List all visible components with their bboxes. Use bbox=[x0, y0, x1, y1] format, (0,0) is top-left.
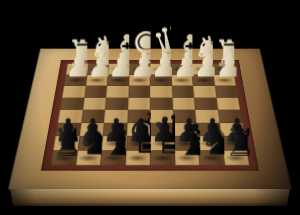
square-g8[interactable]: ♞ bbox=[76, 150, 102, 165]
square-c3[interactable] bbox=[172, 86, 194, 98]
white-pawn[interactable]: ♟ bbox=[107, 49, 128, 82]
white-pawn[interactable]: ♟ bbox=[150, 49, 171, 82]
white-pawn[interactable]: ♟ bbox=[193, 49, 214, 82]
square-g4[interactable] bbox=[82, 97, 106, 109]
square-h2[interactable]: ♟ bbox=[64, 74, 87, 85]
black-bishop[interactable]: ♝ bbox=[101, 117, 126, 161]
square-g3[interactable] bbox=[84, 86, 107, 98]
white-pawn[interactable]: ♟ bbox=[171, 49, 192, 82]
chess-board: ♜♞♝♚♛♝♞♜♟♟♟♟♟♟♟♟♟♟♟♟♟♟♟♟♜♞♝♚♛♝♞♜ bbox=[8, 49, 293, 190]
square-f8[interactable]: ♝ bbox=[100, 150, 125, 165]
square-c8[interactable]: ♝ bbox=[174, 150, 199, 165]
square-a4[interactable] bbox=[216, 97, 240, 109]
square-b4[interactable] bbox=[194, 97, 218, 109]
square-e3[interactable] bbox=[128, 86, 150, 98]
photo-scene: ♜♞♝♚♛♝♞♜♟♟♟♟♟♟♟♟♟♟♟♟♟♟♟♟♜♞♝♚♛♝♞♜ bbox=[0, 0, 300, 215]
square-g2[interactable]: ♟ bbox=[85, 74, 107, 85]
black-king[interactable]: ♚ bbox=[125, 104, 150, 161]
black-rook[interactable]: ♜ bbox=[51, 124, 76, 161]
square-e2[interactable]: ♟ bbox=[128, 74, 150, 85]
square-d8[interactable]: ♛ bbox=[150, 150, 175, 165]
board-grid: ♜♞♝♚♛♝♞♜♟♟♟♟♟♟♟♟♟♟♟♟♟♟♟♟♜♞♝♚♛♝♞♜ bbox=[51, 64, 250, 166]
square-h8[interactable]: ♜ bbox=[51, 150, 78, 165]
square-f2[interactable]: ♟ bbox=[107, 74, 129, 85]
black-rook[interactable]: ♜ bbox=[224, 124, 249, 161]
square-e8[interactable]: ♚ bbox=[125, 150, 150, 165]
white-pawn[interactable]: ♟ bbox=[214, 49, 235, 82]
square-a3[interactable] bbox=[215, 86, 238, 98]
black-knight[interactable]: ♞ bbox=[199, 120, 224, 162]
square-b2[interactable]: ♟ bbox=[192, 74, 214, 85]
black-bishop[interactable]: ♝ bbox=[175, 117, 200, 161]
square-a2[interactable]: ♟ bbox=[213, 74, 236, 85]
white-pawn[interactable]: ♟ bbox=[64, 49, 85, 82]
board-front-bevel bbox=[6, 189, 294, 206]
square-a8[interactable]: ♜ bbox=[223, 150, 250, 165]
black-queen[interactable]: ♛ bbox=[150, 109, 175, 162]
white-pawn[interactable]: ♟ bbox=[129, 49, 150, 82]
square-f4[interactable] bbox=[105, 97, 128, 109]
black-knight[interactable]: ♞ bbox=[76, 120, 101, 162]
square-h4[interactable] bbox=[60, 97, 84, 109]
square-h3[interactable] bbox=[62, 86, 85, 98]
square-d2[interactable]: ♟ bbox=[150, 74, 172, 85]
square-c2[interactable]: ♟ bbox=[171, 74, 193, 85]
white-pawn[interactable]: ♟ bbox=[86, 49, 107, 82]
square-d3[interactable] bbox=[150, 86, 172, 98]
square-f3[interactable] bbox=[106, 86, 128, 98]
square-b3[interactable] bbox=[193, 86, 216, 98]
square-b8[interactable]: ♞ bbox=[198, 150, 224, 165]
